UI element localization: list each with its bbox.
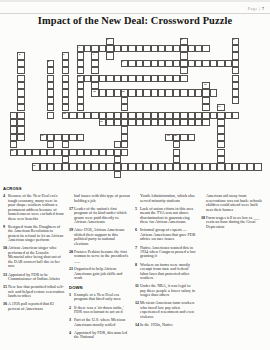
clue-text: After 1936, African Americans shifted th…	[74, 228, 124, 246]
clue-number-in-cell: 18	[174, 134, 177, 136]
clue-text: Frances Perkins became the first woman t…	[74, 249, 128, 263]
grid-cell	[143, 75, 150, 82]
clue-number: 18	[201, 216, 205, 220]
grid-cell	[114, 141, 121, 148]
grid-cell	[188, 134, 195, 141]
clue-number-in-cell: 6	[63, 53, 64, 55]
grid-cell	[151, 163, 158, 170]
clue-item: 8Workers on farms were mostly exempt fro…	[135, 262, 196, 280]
clue-item: 18Farm wages fell to as low as ___ cents…	[201, 216, 262, 229]
clue-number: 20	[69, 250, 73, 254]
grid-cell: 10	[77, 75, 84, 82]
grid-cell: 6	[62, 52, 69, 59]
grid-cell	[114, 149, 121, 156]
clue-number: 7	[135, 245, 137, 249]
down-heading: DOWN	[69, 285, 130, 289]
grid-cell	[217, 163, 224, 170]
grid-cell	[114, 171, 121, 178]
grid-cell	[210, 112, 217, 119]
grid-cell	[128, 119, 135, 126]
clue-number: 4	[3, 194, 5, 198]
grid-cell	[180, 75, 187, 82]
grid-cell	[114, 163, 121, 170]
clue-number: 5	[135, 207, 137, 211]
clue-number: 1	[69, 293, 71, 297]
clue-item: 9Resigned from the Daughters of the Amer…	[3, 225, 64, 243]
grid-cell	[173, 112, 180, 119]
grid-cell	[180, 163, 187, 170]
across-heading: ACROSS	[3, 187, 64, 191]
clue-text: Under the NRA, it was legal to pay these…	[140, 283, 195, 297]
grid-cell	[121, 134, 128, 141]
grid-cell	[77, 104, 84, 111]
grid-cell	[232, 82, 239, 89]
grid-cell	[217, 149, 224, 156]
grid-cell: 17	[40, 134, 47, 141]
clue-number: 4	[69, 330, 71, 334]
grid-cell	[232, 67, 239, 74]
grid-cell	[40, 163, 47, 170]
grid-cell	[77, 82, 84, 89]
grid-cell	[62, 156, 69, 163]
clue-number-in-cell: 8	[48, 60, 49, 62]
grid-cell	[62, 67, 69, 74]
clue-column-text: Youth Administration, which also served …	[135, 194, 196, 327]
grid-cell	[232, 163, 239, 170]
clue-number-in-cell: 21	[33, 164, 36, 166]
grid-cell	[165, 89, 172, 96]
grid-cell	[151, 112, 158, 119]
grid-cell	[121, 75, 128, 82]
clue-number-in-cell: 12	[122, 90, 125, 92]
grid-cell	[232, 97, 239, 104]
grid-cell: 16	[99, 119, 106, 126]
grid-cell	[202, 60, 209, 67]
grid-cell	[151, 119, 158, 126]
grid-cell	[99, 163, 106, 170]
grid-cell	[121, 163, 128, 170]
grid-cell	[173, 149, 180, 156]
grid-cell	[225, 163, 232, 170]
clue-text: New law that permitted tribal self-rule …	[8, 284, 64, 298]
grid-cell	[47, 149, 54, 156]
grid-cell	[47, 141, 54, 148]
grid-cell	[77, 60, 84, 67]
grid-cell: 2	[180, 38, 187, 45]
grid-cell	[121, 149, 128, 156]
clue-item: 21Organized to help African Americans ga…	[69, 267, 130, 280]
grid-cell	[173, 60, 180, 67]
grid-cell	[239, 163, 246, 170]
grid-cell	[180, 52, 187, 59]
grid-cell	[232, 52, 239, 59]
clue-text: Example of a New Deal era program that h…	[74, 292, 120, 301]
grid-cell	[10, 126, 17, 133]
clue-column-text: ACROSS4Because of the New Deal era's tou…	[3, 187, 64, 311]
grid-cell	[136, 75, 143, 82]
grid-cell: 1	[106, 38, 113, 45]
clue-item: 17Leader of the nation's first program o…	[69, 207, 130, 225]
grid-cell	[225, 60, 232, 67]
grid-cell	[188, 60, 195, 67]
grid-cell	[202, 97, 209, 104]
grid-cell	[202, 163, 209, 170]
grid-cell	[114, 119, 121, 126]
grid-cell	[91, 60, 98, 67]
clue-continuation-text: American aid away from reservations was …	[201, 194, 262, 212]
grid-cell	[202, 119, 209, 126]
grid-cell	[17, 149, 24, 156]
grid-cell	[54, 149, 61, 156]
grid-cell	[217, 156, 224, 163]
clue-item: 16A 1936 poll reported that 82 percent o…	[3, 302, 64, 311]
grid-cell	[62, 134, 69, 141]
grid-cell	[202, 89, 209, 96]
clue-text: Mexican-American farm workers who faced …	[140, 301, 194, 319]
clue-number-in-cell: 7	[93, 53, 94, 55]
grid-cell	[143, 89, 150, 96]
grid-cell	[165, 75, 172, 82]
grid-cell	[17, 60, 24, 67]
grid-cell	[17, 67, 24, 74]
grid-cell	[17, 104, 24, 111]
grid-cell	[69, 149, 76, 156]
grid-cell	[143, 45, 150, 52]
grid-cell	[25, 149, 32, 156]
grid-cell	[188, 89, 195, 96]
grid-cell	[17, 112, 24, 119]
grid-cell	[195, 112, 202, 119]
grid-cell	[151, 89, 158, 96]
grid-cell	[180, 67, 187, 74]
grid-cell	[77, 134, 84, 141]
grid-cell	[121, 104, 128, 111]
grid-cell	[173, 89, 180, 96]
grid-cell	[173, 45, 180, 52]
grid-cell	[77, 52, 84, 59]
grid-cell	[143, 163, 150, 170]
clue-number: 3	[69, 318, 71, 322]
clue-number-in-cell: 14	[218, 105, 221, 107]
clue-text: In the 1930s, Native	[140, 322, 173, 327]
clue-column-text: American aid away from reservations was …	[201, 194, 262, 229]
grid-cell	[232, 45, 239, 52]
grid-cell	[91, 75, 98, 82]
clue-column: ACROSS4Because of the New Deal era's tou…	[3, 187, 67, 350]
grid-cell	[121, 126, 128, 133]
grid-cell	[158, 163, 165, 170]
grid-cell	[62, 60, 69, 67]
grid-cell	[188, 119, 195, 126]
grid-cell	[195, 163, 202, 170]
clue-item: 4Because of the New Deal era's tough eco…	[3, 194, 64, 221]
grid-cell	[173, 163, 180, 170]
grid-cell	[128, 163, 135, 170]
grid-cell	[121, 141, 128, 148]
clue-text: Informal group of experts — African Amer…	[140, 228, 195, 242]
grid-cell	[121, 45, 128, 52]
grid-cell	[77, 163, 84, 170]
grid-cell	[62, 149, 69, 156]
grid-cell	[165, 119, 172, 126]
grid-cell	[232, 75, 239, 82]
grid-cell	[254, 163, 261, 170]
grid-cell	[69, 112, 76, 119]
grid-cell	[47, 112, 54, 119]
grid-cell	[188, 112, 195, 119]
page-number-label: Page |	[248, 6, 261, 10]
grid-cell: 9	[121, 60, 128, 67]
clue-item: 4Appointed by FDR, this man led the Nati…	[69, 330, 130, 339]
grid-cell	[188, 163, 195, 170]
grid-cell	[40, 149, 47, 156]
grid-cell	[128, 75, 135, 82]
clue-number: 12	[135, 301, 139, 305]
grid-cell	[195, 119, 202, 126]
grid-cell: 3	[232, 38, 239, 45]
grid-cell	[10, 119, 17, 126]
grid-cell: 12	[121, 89, 128, 96]
grid-cell: 21	[32, 163, 39, 170]
grid-cell: 15	[62, 112, 69, 119]
grid-cell	[158, 112, 165, 119]
grid-cell	[180, 119, 187, 126]
grid-cell	[47, 89, 54, 96]
grid-cell	[114, 75, 121, 82]
clue-column: Youth Administration, which also served …	[135, 194, 199, 350]
clue-item: 5Lack of union efforts in this area mean…	[135, 207, 196, 225]
grid-cell	[121, 119, 128, 126]
clue-text: Part of the U.S. where Mexican Americans…	[74, 317, 125, 326]
clue-number: 11	[135, 284, 139, 288]
clue-item: 11Under the NRA, it was legal to pay the…	[135, 284, 196, 297]
clue-text: A 1936 poll reported that 82 percent of …	[8, 301, 54, 310]
grid-cell	[106, 112, 113, 119]
grid-cell	[217, 134, 224, 141]
clue-text: Organized to help African Americans gain…	[74, 266, 122, 280]
grid-cell: 8	[47, 60, 54, 67]
grid-cell	[128, 89, 135, 96]
grid-cell	[136, 60, 143, 67]
grid-cell	[99, 112, 106, 119]
grid-cell	[17, 97, 24, 104]
grid-cell	[173, 156, 180, 163]
header-rule	[0, 13, 270, 14]
grid-cell	[158, 45, 165, 52]
grid-cell	[62, 75, 69, 82]
clue-number: 16	[3, 302, 7, 306]
grid-cell	[47, 82, 54, 89]
grid-cell	[99, 89, 106, 96]
grid-cell	[217, 126, 224, 133]
clue-item: 15New law that permitted tribal self-rul…	[3, 285, 64, 298]
clue-continuation-text: had issues with this type of person hold…	[69, 194, 130, 203]
grid-cell	[69, 134, 76, 141]
clue-text: Farm wages fell to as low as ___ cents a…	[206, 215, 259, 229]
grid-cell	[62, 141, 69, 148]
clue-number-in-cell: 5	[19, 53, 20, 55]
grid-cell	[114, 89, 121, 96]
grid-cell	[54, 134, 61, 141]
grid-cell	[225, 112, 232, 119]
clue-number-in-cell: 10	[78, 75, 81, 77]
grid-cell	[136, 163, 143, 170]
clue-number: 17	[69, 207, 73, 211]
grid-cell	[232, 60, 239, 67]
clue-text: Appointed by FDR, this man led the Natio…	[74, 330, 127, 339]
grid-cell	[77, 112, 84, 119]
clue-text: If there was a 'sit-down strike,' FDR wa…	[74, 305, 124, 314]
grid-cell	[84, 149, 91, 156]
grid-cell: 13	[91, 89, 98, 96]
grid-cell	[143, 60, 150, 67]
grid-cell	[165, 112, 172, 119]
grid-cell	[151, 60, 158, 67]
clue-number-in-cell: 11	[204, 83, 207, 85]
clue-number: 19	[69, 228, 73, 232]
grid-cell	[106, 89, 113, 96]
grid-cell	[10, 141, 17, 148]
grid-cell	[17, 134, 24, 141]
grid-cell	[84, 45, 91, 52]
worksheet-page: { "page": { "header_label": "Page |", "h…	[0, 0, 270, 350]
clue-text: Native Americans wanted this in 1934 whe…	[140, 245, 196, 259]
clue-item: 3Part of the U.S. where Mexican American…	[69, 318, 130, 327]
clue-number-in-cell: 4	[78, 46, 79, 48]
clue-column: had issues with this type of person hold…	[69, 194, 133, 350]
grid-cell	[17, 82, 24, 89]
clue-item: 19After 1936, African Americans shifted …	[69, 228, 130, 246]
clue-text: Appointed by FDR to be Commissioner of I…	[8, 272, 60, 281]
grid-cell	[151, 75, 158, 82]
clue-item: 10African American singer who performed …	[3, 246, 64, 268]
grid-cell	[69, 163, 76, 170]
grid-cell	[180, 134, 187, 141]
clue-number-in-cell: 20	[11, 149, 14, 151]
clue-item: 20Frances Perkins became the first woman…	[69, 250, 130, 263]
clue-number: 8	[135, 262, 137, 266]
grid-cell	[54, 163, 61, 170]
grid-cell	[106, 149, 113, 156]
clue-number: 13	[3, 272, 7, 276]
grid-cell	[195, 89, 202, 96]
grid-cell	[47, 97, 54, 104]
clue-number: 2	[69, 305, 71, 309]
grid-cell	[136, 89, 143, 96]
grid-cell	[99, 149, 106, 156]
clue-number-in-cell: 15	[63, 112, 66, 114]
page-title: Impact of the New Deal: Crossword Puzzle	[0, 15, 270, 26]
grid-cell	[128, 60, 135, 67]
grid-cell	[180, 89, 187, 96]
clue-item: 6Informal group of experts — African Ame…	[135, 228, 196, 241]
grid-cell	[121, 97, 128, 104]
grid-cell: 11	[202, 82, 209, 89]
grid-cell	[165, 163, 172, 170]
grid-cell	[17, 126, 24, 133]
grid-cell	[32, 149, 39, 156]
clue-text: Resigned from the Daughters of the Ameri…	[8, 224, 63, 242]
grid-cell: 7	[91, 52, 98, 59]
grid-cell	[202, 104, 209, 111]
clue-number-in-cell: 9	[122, 60, 123, 62]
clue-continuation-text: Youth Administration, which also served …	[135, 194, 196, 203]
page-number-value: 7	[262, 6, 265, 10]
grid-cell	[62, 82, 69, 89]
clue-item: 13Appointed by FDR to be Commissioner of…	[3, 272, 64, 281]
grid-cell	[217, 60, 224, 67]
grid-cell	[106, 163, 113, 170]
grid-cell	[136, 45, 143, 52]
clue-number-in-cell: 16	[100, 120, 103, 122]
grid-cell	[47, 134, 54, 141]
grid-cell	[195, 45, 202, 52]
grid-cell: 14	[217, 104, 224, 111]
grid-cell	[91, 82, 98, 89]
grid-cell	[121, 112, 128, 119]
grid-cell	[77, 97, 84, 104]
grid-cell	[158, 75, 165, 82]
grid-cell	[114, 112, 121, 119]
grid-cell	[91, 45, 98, 52]
grid-cell: 5	[17, 52, 24, 59]
clue-column: American aid away from reservations was …	[201, 194, 265, 350]
clue-number: 9	[3, 225, 5, 229]
grid-cell	[165, 60, 172, 67]
grid-cell	[202, 45, 209, 52]
clue-text: Workers on farms were mostly exempt from…	[140, 262, 190, 280]
grid-cell	[10, 134, 17, 141]
grid-cell	[17, 89, 24, 96]
grid-cell	[91, 149, 98, 156]
grid-cell	[91, 112, 98, 119]
grid-cell	[210, 163, 217, 170]
grid-cell	[158, 89, 165, 96]
clue-column-text: had issues with this type of person hold…	[69, 194, 130, 339]
grid-cell	[47, 75, 54, 82]
clue-number-in-cell: 2	[181, 38, 182, 40]
grid-cell	[62, 163, 69, 170]
grid-cell	[247, 163, 254, 170]
clue-number-in-cell: 13	[93, 90, 96, 92]
clue-item: 2If there was a 'sit-down strike,' FDR w…	[69, 305, 130, 314]
grid-cell	[10, 112, 17, 119]
grid-cell	[195, 60, 202, 67]
clue-number-in-cell: 3	[233, 38, 234, 40]
grid-cell	[114, 156, 121, 163]
grid-cell	[106, 119, 113, 126]
clue-text: African American singer who performed at…	[8, 246, 61, 269]
grid-cell	[180, 45, 187, 52]
grid-cell	[173, 141, 180, 148]
clue-item: 1Example of a New Deal era program that …	[69, 293, 130, 302]
grid-cell	[136, 112, 143, 119]
clue-item: 12Mexican-American farm workers who face…	[135, 301, 196, 319]
clue-number: 15	[3, 285, 7, 289]
grid-cell	[217, 119, 224, 126]
grid-cell	[62, 104, 69, 111]
clue-text: Leader of the nation's first program of …	[74, 206, 126, 224]
clue-item: 7Native Americans wanted this in 1934 wh…	[135, 245, 196, 258]
grid-cell	[47, 163, 54, 170]
grid-cell	[84, 75, 91, 82]
grid-cell	[77, 67, 84, 74]
clue-text: Because of the New Deal era's tough econ…	[8, 194, 64, 221]
grid-cell	[91, 67, 98, 74]
grid-cell	[202, 112, 209, 119]
clue-item: 14In the 1930s, Native	[135, 322, 196, 326]
grid-cell	[47, 67, 54, 74]
